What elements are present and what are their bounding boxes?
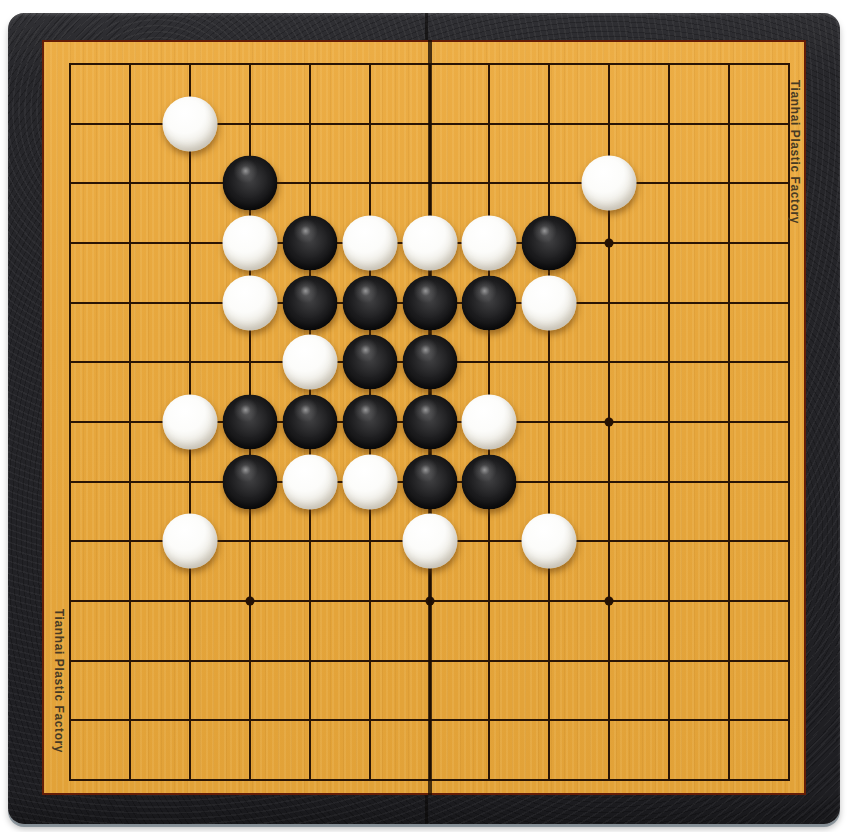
stone-black-fg[interactable] (342, 395, 397, 450)
stone-white-ii[interactable] (522, 514, 577, 569)
stone-white-gd[interactable] (402, 216, 457, 271)
stone-black-id[interactable] (522, 216, 577, 271)
stone-black-fe[interactable] (342, 275, 397, 330)
grid-line-vertical (728, 63, 730, 781)
stone-black-dc[interactable] (222, 156, 277, 211)
star-point (605, 418, 614, 427)
maker-mark-right: Tianhai Plastic Factory (788, 80, 802, 224)
stone-white-cg[interactable] (162, 395, 217, 450)
stone-black-he[interactable] (462, 275, 517, 330)
stone-white-de[interactable] (222, 275, 277, 330)
grid-line-vertical (668, 63, 670, 781)
stone-black-dg[interactable] (222, 395, 277, 450)
stone-white-fh[interactable] (342, 454, 397, 509)
stone-black-ed[interactable] (282, 216, 337, 271)
stone-white-dd[interactable] (222, 216, 277, 271)
stone-black-ee[interactable] (282, 275, 337, 330)
stone-black-gh[interactable] (402, 454, 457, 509)
maker-mark-left: Tianhai Plastic Factory (52, 609, 66, 753)
stone-white-ie[interactable] (522, 275, 577, 330)
product-photo-stage: Tianhai Plastic Factory Tianhai Plastic … (0, 0, 848, 832)
stone-black-ge[interactable] (402, 275, 457, 330)
stone-white-hd[interactable] (462, 216, 517, 271)
stone-black-dh[interactable] (222, 454, 277, 509)
stone-black-ff[interactable] (342, 335, 397, 390)
stone-black-eg[interactable] (282, 395, 337, 450)
stone-white-eh[interactable] (282, 454, 337, 509)
stone-white-fd[interactable] (342, 216, 397, 271)
go-board-surface[interactable] (42, 40, 806, 795)
stone-black-hh[interactable] (462, 454, 517, 509)
stone-white-ef[interactable] (282, 335, 337, 390)
stone-white-hg[interactable] (462, 395, 517, 450)
star-point (605, 597, 614, 606)
star-point (605, 239, 614, 248)
grid-line-vertical (548, 63, 550, 781)
stone-white-ci[interactable] (162, 514, 217, 569)
stone-white-cb[interactable] (162, 96, 217, 151)
stone-black-gf[interactable] (402, 335, 457, 390)
stone-white-gi[interactable] (402, 514, 457, 569)
stone-black-gg[interactable] (402, 395, 457, 450)
star-point (245, 597, 254, 606)
stone-white-jc[interactable] (582, 156, 637, 211)
